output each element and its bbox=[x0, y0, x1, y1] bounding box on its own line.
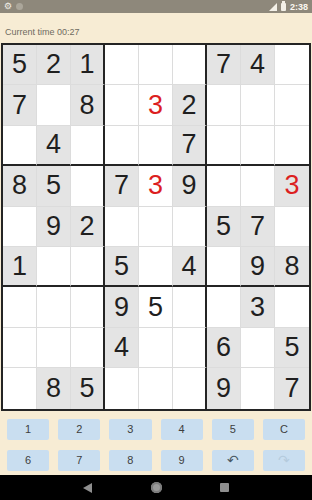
cell-r1c1[interactable]: 5 bbox=[3, 45, 37, 85]
key-1[interactable]: 1 bbox=[7, 419, 49, 440]
key-6[interactable]: 6 bbox=[7, 450, 49, 471]
cell-r4c9[interactable]: 3 bbox=[275, 166, 309, 206]
cell-r8c7[interactable]: 6 bbox=[207, 328, 241, 368]
cell-r6c3[interactable] bbox=[71, 247, 105, 287]
cell-r7c5[interactable]: 5 bbox=[139, 287, 173, 327]
keypad-row-1: 1 2 3 4 5 C bbox=[0, 419, 312, 440]
cell-r4c1[interactable]: 8 bbox=[3, 166, 37, 206]
key-clear[interactable]: C bbox=[263, 419, 305, 440]
cell-r3c7[interactable] bbox=[207, 126, 241, 166]
status-bar-left: ⚙ bbox=[4, 2, 269, 11]
cell-r5c4[interactable] bbox=[105, 207, 139, 247]
android-nav-bar bbox=[0, 475, 312, 500]
cell-r4c3[interactable] bbox=[71, 166, 105, 206]
gear-icon: ⚙ bbox=[4, 2, 12, 11]
cell-r4c5[interactable]: 3 bbox=[139, 166, 173, 206]
cell-r3c4[interactable] bbox=[105, 126, 139, 166]
cell-r9c8[interactable] bbox=[241, 368, 275, 408]
cell-r2c3[interactable]: 8 bbox=[71, 85, 105, 125]
cell-r2c8[interactable] bbox=[241, 85, 275, 125]
cell-r7c6[interactable] bbox=[173, 287, 207, 327]
cell-r4c2[interactable]: 5 bbox=[37, 166, 71, 206]
redo-button[interactable]: ↷ bbox=[263, 450, 305, 471]
cell-r2c6[interactable]: 2 bbox=[173, 85, 207, 125]
cell-r1c6[interactable] bbox=[173, 45, 207, 85]
cell-r8c1[interactable] bbox=[3, 328, 37, 368]
cell-r8c4[interactable]: 4 bbox=[105, 328, 139, 368]
key-2[interactable]: 2 bbox=[58, 419, 100, 440]
cell-r7c1[interactable] bbox=[3, 287, 37, 327]
current-time-label: Current time 00:27 bbox=[5, 27, 80, 37]
cell-r6c7[interactable] bbox=[207, 247, 241, 287]
cell-r9c1[interactable] bbox=[3, 368, 37, 408]
cell-r9c2[interactable]: 8 bbox=[37, 368, 71, 408]
cell-r6c9[interactable]: 8 bbox=[275, 247, 309, 287]
cell-r2c2[interactable] bbox=[37, 85, 71, 125]
key-3[interactable]: 3 bbox=[109, 419, 151, 440]
cell-r2c1[interactable]: 7 bbox=[3, 85, 37, 125]
cell-r3c2[interactable]: 4 bbox=[37, 126, 71, 166]
cell-r6c8[interactable]: 9 bbox=[241, 247, 275, 287]
battery-icon bbox=[281, 3, 286, 11]
cell-r8c9[interactable]: 5 bbox=[275, 328, 309, 368]
key-4[interactable]: 4 bbox=[161, 419, 203, 440]
cell-r1c8[interactable]: 4 bbox=[241, 45, 275, 85]
home-icon[interactable] bbox=[151, 482, 162, 493]
cell-r6c6[interactable]: 4 bbox=[173, 247, 207, 287]
status-bar-right: 2:38 bbox=[269, 2, 308, 12]
cell-r1c5[interactable] bbox=[139, 45, 173, 85]
key-7[interactable]: 7 bbox=[58, 450, 100, 471]
undo-button[interactable]: ↶ bbox=[212, 450, 254, 471]
cell-r4c7[interactable] bbox=[207, 166, 241, 206]
sudoku-app-screen: ⚙ 2:38 Current time 00:27 52174783247857… bbox=[0, 0, 312, 500]
cell-r5c6[interactable] bbox=[173, 207, 207, 247]
cell-r5c3[interactable]: 2 bbox=[71, 207, 105, 247]
cell-r1c7[interactable]: 7 bbox=[207, 45, 241, 85]
cell-r7c7[interactable] bbox=[207, 287, 241, 327]
cell-r3c8[interactable] bbox=[241, 126, 275, 166]
cell-r2c9[interactable] bbox=[275, 85, 309, 125]
cell-r7c8[interactable]: 3 bbox=[241, 287, 275, 327]
cell-r1c3[interactable]: 1 bbox=[71, 45, 105, 85]
cell-r1c9[interactable] bbox=[275, 45, 309, 85]
cell-r8c8[interactable] bbox=[241, 328, 275, 368]
cell-r6c2[interactable] bbox=[37, 247, 71, 287]
cell-r5c9[interactable] bbox=[275, 207, 309, 247]
notification-dot-icon bbox=[16, 3, 23, 10]
cell-r4c6[interactable]: 9 bbox=[173, 166, 207, 206]
header: Current time 00:27 bbox=[0, 13, 312, 43]
keypad-row-2: 6 7 8 9 ↶ ↷ bbox=[0, 450, 312, 471]
cell-r6c1[interactable]: 1 bbox=[3, 247, 37, 287]
cell-r7c9[interactable] bbox=[275, 287, 309, 327]
cell-r3c6[interactable]: 7 bbox=[173, 126, 207, 166]
key-8[interactable]: 8 bbox=[109, 450, 151, 471]
back-icon[interactable] bbox=[83, 483, 92, 493]
cell-r5c8[interactable]: 7 bbox=[241, 207, 275, 247]
sudoku-grid: 521747832478573939257154989534658597 bbox=[1, 43, 311, 411]
key-5[interactable]: 5 bbox=[212, 419, 254, 440]
cell-r8c2[interactable] bbox=[37, 328, 71, 368]
key-9[interactable]: 9 bbox=[161, 450, 203, 471]
cell-r2c7[interactable] bbox=[207, 85, 241, 125]
cell-r6c4[interactable]: 5 bbox=[105, 247, 139, 287]
status-bar: ⚙ 2:38 bbox=[0, 0, 312, 13]
cell-r8c6[interactable] bbox=[173, 328, 207, 368]
cell-r8c3[interactable] bbox=[71, 328, 105, 368]
undo-icon: ↶ bbox=[227, 452, 239, 468]
cell-r4c8[interactable] bbox=[241, 166, 275, 206]
cell-r3c5[interactable] bbox=[139, 126, 173, 166]
cell-r9c4[interactable] bbox=[105, 368, 139, 408]
cell-r3c3[interactable] bbox=[71, 126, 105, 166]
redo-icon: ↷ bbox=[278, 452, 290, 468]
cell-r5c5[interactable] bbox=[139, 207, 173, 247]
cell-r2c4[interactable] bbox=[105, 85, 139, 125]
nav-icons bbox=[83, 482, 229, 493]
signal-icon bbox=[269, 3, 277, 11]
cell-r2c5[interactable]: 3 bbox=[139, 85, 173, 125]
cell-r9c6[interactable] bbox=[173, 368, 207, 408]
cell-r8c5[interactable] bbox=[139, 328, 173, 368]
cell-r9c9[interactable]: 7 bbox=[275, 368, 309, 408]
cell-r6c5[interactable] bbox=[139, 247, 173, 287]
cell-r1c4[interactable] bbox=[105, 45, 139, 85]
cell-r1c2[interactable]: 2 bbox=[37, 45, 71, 85]
cell-r5c7[interactable]: 5 bbox=[207, 207, 241, 247]
cell-r7c3[interactable] bbox=[71, 287, 105, 327]
cell-r9c7[interactable]: 9 bbox=[207, 368, 241, 408]
cell-r9c3[interactable]: 5 bbox=[71, 368, 105, 408]
cell-r5c2[interactable]: 9 bbox=[37, 207, 71, 247]
recents-icon[interactable] bbox=[220, 483, 229, 492]
cell-r7c2[interactable] bbox=[37, 287, 71, 327]
cell-r7c4[interactable]: 9 bbox=[105, 287, 139, 327]
cell-r3c9[interactable] bbox=[275, 126, 309, 166]
cell-r4c4[interactable]: 7 bbox=[105, 166, 139, 206]
cell-r3c1[interactable] bbox=[3, 126, 37, 166]
clock-text: 2:38 bbox=[290, 2, 308, 12]
cell-r5c1[interactable] bbox=[3, 207, 37, 247]
cell-r9c5[interactable] bbox=[139, 368, 173, 408]
